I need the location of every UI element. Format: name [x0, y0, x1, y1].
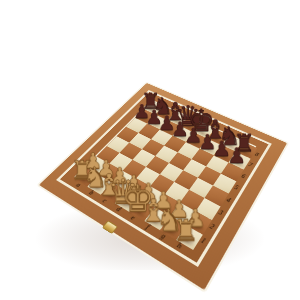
black-pawn: ♟: [227, 146, 246, 165]
perspective-scene: ♜♞♝♛♚♝♞♜♟♟♟♟♟♟♟♟♟♟♟♟♟♟♟♟♜♞♝♛♚♝♞♜ abcdefg…: [0, 0, 300, 300]
board-squares: ♜♞♝♛♚♝♞♜♟♟♟♟♟♟♟♟♟♟♟♟♟♟♟♟♜♞♝♛♚♝♞♜: [74, 100, 256, 248]
white-rook: ♜: [172, 218, 198, 245]
board-frame: ♜♞♝♛♚♝♞♜♟♟♟♟♟♟♟♟♟♟♟♟♟♟♟♟♜♞♝♛♚♝♞♜ abcdefg…: [60, 92, 269, 263]
product-photo: ♜♞♝♛♚♝♞♜♟♟♟♟♟♟♟♟♟♟♟♟♟♟♟♟♜♞♝♛♚♝♞♜ abcdefg…: [0, 0, 300, 300]
chess-board: ♜♞♝♛♚♝♞♜♟♟♟♟♟♟♟♟♟♟♟♟♟♟♟♟♜♞♝♛♚♝♞♜ abcdefg…: [36, 82, 289, 293]
board-box-bevel: ♜♞♝♛♚♝♞♜♟♟♟♟♟♟♟♟♟♟♟♟♟♟♟♟♜♞♝♛♚♝♞♜ abcdefg…: [36, 82, 289, 293]
brass-clasp: [101, 220, 118, 234]
